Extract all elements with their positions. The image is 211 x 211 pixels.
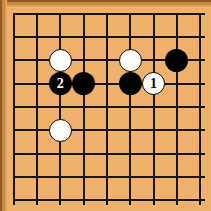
move-number-label: 1 — [150, 77, 157, 91]
stone-black — [165, 49, 188, 72]
stone-white — [119, 49, 142, 72]
stone-black — [72, 72, 95, 95]
stone-white — [49, 49, 72, 72]
move-1-stone-white: 1 — [142, 72, 165, 95]
stone-black — [119, 72, 142, 95]
go-board-diagram: 21 — [0, 0, 211, 211]
move-2-stone-black: 2 — [49, 72, 72, 95]
stone-white — [49, 119, 72, 142]
move-number-label: 2 — [57, 77, 64, 91]
stones-layer: 21 — [2, 2, 211, 211]
